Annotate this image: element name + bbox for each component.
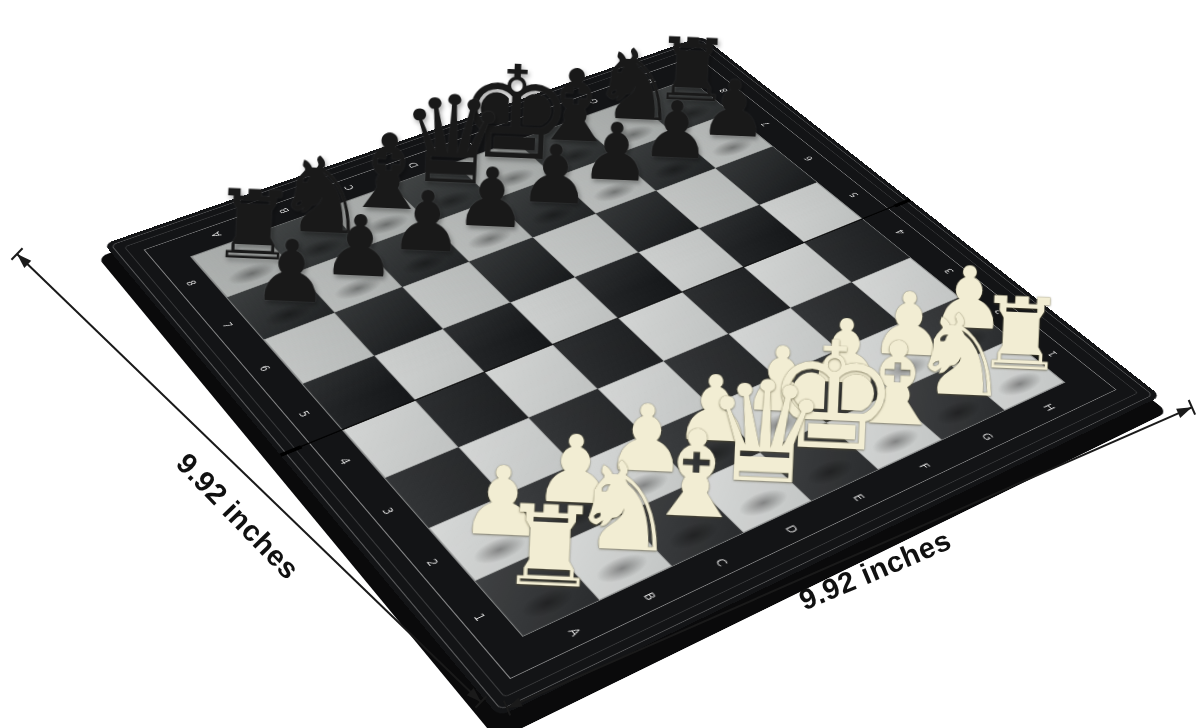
cell-d4 [552, 318, 663, 389]
dimension-tick [11, 248, 24, 261]
fold-hinge-notch-right [893, 199, 912, 208]
cell-b5 [374, 329, 485, 401]
white-rook-glyph: ♜ [486, 489, 613, 606]
cell-b4 [415, 372, 529, 447]
black-pawn-glyph: ♟ [242, 227, 340, 316]
fold-hinge-notch-left [279, 445, 303, 457]
product-photo-canvas: { "game": "chess", "scene_description": … [0, 0, 1200, 728]
chess-board: ABCDEFGH ABCDEFGH 87654321 87654321 ♜♞♝♛… [104, 36, 1161, 716]
dimension-tick [1188, 400, 1196, 415]
cell-c4 [485, 345, 597, 418]
